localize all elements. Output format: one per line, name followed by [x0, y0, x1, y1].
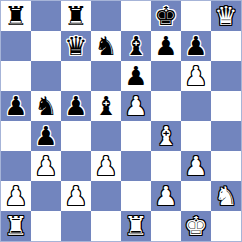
square-h2[interactable]: ♞ [211, 181, 241, 211]
square-f4[interactable]: ♝ [151, 121, 181, 151]
square-a7[interactable] [1, 31, 31, 61]
square-c1[interactable] [61, 211, 91, 241]
square-h5[interactable] [211, 91, 241, 121]
square-c3[interactable] [61, 151, 91, 181]
square-b7[interactable] [31, 31, 61, 61]
piece-black-knight: ♞ [34, 93, 57, 119]
piece-white-queen: ♛ [214, 3, 237, 29]
square-f8[interactable]: ♚ [151, 1, 181, 31]
square-b8[interactable] [31, 1, 61, 31]
piece-black-pawn: ♟ [184, 33, 207, 59]
piece-white-king: ♚ [184, 213, 207, 239]
square-c4[interactable] [61, 121, 91, 151]
square-h7[interactable] [211, 31, 241, 61]
square-f1[interactable] [151, 211, 181, 241]
square-e1[interactable]: ♜ [121, 211, 151, 241]
square-a1[interactable]: ♜ [1, 211, 31, 241]
piece-white-rook: ♜ [4, 213, 27, 239]
square-h1[interactable] [211, 211, 241, 241]
square-g2[interactable] [181, 181, 211, 211]
square-d3[interactable]: ♟ [91, 151, 121, 181]
square-b2[interactable] [31, 181, 61, 211]
square-h3[interactable] [211, 151, 241, 181]
piece-black-rook: ♜ [64, 3, 87, 29]
piece-white-knight: ♞ [214, 183, 237, 209]
square-h6[interactable] [211, 61, 241, 91]
square-e4[interactable] [121, 121, 151, 151]
square-a8[interactable]: ♜ [1, 1, 31, 31]
square-b4[interactable]: ♟ [31, 121, 61, 151]
square-f6[interactable] [151, 61, 181, 91]
piece-black-king: ♚ [154, 3, 177, 29]
square-a5[interactable]: ♟ [1, 91, 31, 121]
square-f7[interactable]: ♟ [151, 31, 181, 61]
square-a6[interactable] [1, 61, 31, 91]
square-f5[interactable] [151, 91, 181, 121]
square-g7[interactable]: ♟ [181, 31, 211, 61]
square-c5[interactable]: ♟ [61, 91, 91, 121]
square-g3[interactable]: ♟ [181, 151, 211, 181]
square-e2[interactable] [121, 181, 151, 211]
square-h8[interactable]: ♛ [211, 1, 241, 31]
piece-white-pawn: ♟ [4, 183, 27, 209]
square-g1[interactable]: ♚ [181, 211, 211, 241]
square-a3[interactable] [1, 151, 31, 181]
square-e8[interactable] [121, 1, 151, 31]
piece-black-pawn: ♟ [124, 63, 147, 89]
square-d4[interactable] [91, 121, 121, 151]
square-h4[interactable] [211, 121, 241, 151]
square-d8[interactable] [91, 1, 121, 31]
chess-board: ♜♜♚♛♛♞♝♟♟♟♟♟♞♟♝♟♟♝♟♟♟♟♟♟♞♜♜♚ [0, 0, 242, 242]
square-b1[interactable] [31, 211, 61, 241]
square-e7[interactable]: ♝ [121, 31, 151, 61]
square-c8[interactable]: ♜ [61, 1, 91, 31]
square-e3[interactable] [121, 151, 151, 181]
square-c2[interactable]: ♟ [61, 181, 91, 211]
square-f3[interactable] [151, 151, 181, 181]
square-b5[interactable]: ♞ [31, 91, 61, 121]
piece-black-pawn: ♟ [154, 33, 177, 59]
square-e6[interactable]: ♟ [121, 61, 151, 91]
piece-black-rook: ♜ [4, 3, 27, 29]
square-d5[interactable]: ♝ [91, 91, 121, 121]
piece-white-pawn: ♟ [94, 153, 117, 179]
piece-black-queen: ♛ [64, 33, 87, 59]
piece-white-pawn: ♟ [34, 153, 57, 179]
piece-black-bishop: ♝ [124, 33, 147, 59]
square-a4[interactable] [1, 121, 31, 151]
piece-black-pawn: ♟ [4, 93, 27, 119]
square-f2[interactable]: ♟ [151, 181, 181, 211]
piece-white-pawn: ♟ [124, 93, 147, 119]
square-c7[interactable]: ♛ [61, 31, 91, 61]
square-c6[interactable] [61, 61, 91, 91]
square-g5[interactable] [181, 91, 211, 121]
square-b3[interactable]: ♟ [31, 151, 61, 181]
square-d7[interactable]: ♞ [91, 31, 121, 61]
piece-black-knight: ♞ [94, 33, 117, 59]
square-g8[interactable] [181, 1, 211, 31]
square-d1[interactable] [91, 211, 121, 241]
square-d2[interactable] [91, 181, 121, 211]
square-g4[interactable] [181, 121, 211, 151]
piece-white-bishop: ♝ [154, 123, 177, 149]
square-b6[interactable] [31, 61, 61, 91]
square-e5[interactable]: ♟ [121, 91, 151, 121]
piece-white-pawn: ♟ [64, 183, 87, 209]
piece-white-pawn: ♟ [184, 63, 207, 89]
square-d6[interactable] [91, 61, 121, 91]
piece-white-pawn: ♟ [154, 183, 177, 209]
piece-black-bishop: ♝ [94, 93, 117, 119]
square-a2[interactable]: ♟ [1, 181, 31, 211]
piece-black-pawn: ♟ [64, 93, 87, 119]
piece-black-pawn: ♟ [34, 123, 57, 149]
square-g6[interactable]: ♟ [181, 61, 211, 91]
piece-white-rook: ♜ [124, 213, 147, 239]
piece-white-pawn: ♟ [184, 153, 207, 179]
